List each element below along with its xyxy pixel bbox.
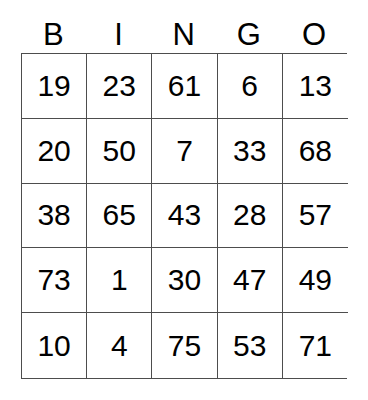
cell-r3-c1[interactable]: 38 [22, 184, 87, 249]
cell-r4-c4[interactable]: 47 [218, 248, 283, 313]
cell-r3-c3[interactable]: 43 [152, 184, 217, 249]
header-letter-o: O [282, 18, 347, 50]
cell-r2-c5[interactable]: 68 [283, 119, 348, 184]
bingo-grid: 19 23 61 6 13 20 50 7 33 68 38 65 43 28 … [21, 53, 347, 379]
bingo-card-page: B I N G O 19 23 61 6 13 20 50 7 33 68 38… [0, 0, 368, 400]
cell-r5-c5[interactable]: 71 [283, 313, 348, 378]
cell-r5-c2[interactable]: 4 [87, 313, 152, 378]
cell-r1-c4[interactable]: 6 [218, 54, 283, 119]
bingo-card: B I N G O 19 23 61 6 13 20 50 7 33 68 38… [21, 18, 347, 379]
cell-r2-c2[interactable]: 50 [87, 119, 152, 184]
cell-r4-c3[interactable]: 30 [152, 248, 217, 313]
cell-r2-c3[interactable]: 7 [152, 119, 217, 184]
bingo-header-row: B I N G O [21, 18, 347, 50]
header-letter-n: N [151, 18, 216, 50]
cell-r4-c5[interactable]: 49 [283, 248, 348, 313]
cell-r3-c5[interactable]: 57 [283, 184, 348, 249]
cell-r3-c4[interactable]: 28 [218, 184, 283, 249]
cell-r1-c2[interactable]: 23 [87, 54, 152, 119]
cell-r5-c1[interactable]: 10 [22, 313, 87, 378]
cell-r1-c5[interactable]: 13 [283, 54, 348, 119]
header-letter-i: I [86, 18, 151, 50]
cell-r4-c1[interactable]: 73 [22, 248, 87, 313]
cell-r1-c1[interactable]: 19 [22, 54, 87, 119]
header-letter-b: B [21, 18, 86, 50]
cell-r2-c4[interactable]: 33 [218, 119, 283, 184]
cell-r1-c3[interactable]: 61 [152, 54, 217, 119]
cell-r5-c3[interactable]: 75 [152, 313, 217, 378]
cell-r3-c2[interactable]: 65 [87, 184, 152, 249]
cell-r4-c2[interactable]: 1 [87, 248, 152, 313]
cell-r5-c4[interactable]: 53 [218, 313, 283, 378]
header-letter-g: G [217, 18, 282, 50]
cell-r2-c1[interactable]: 20 [22, 119, 87, 184]
